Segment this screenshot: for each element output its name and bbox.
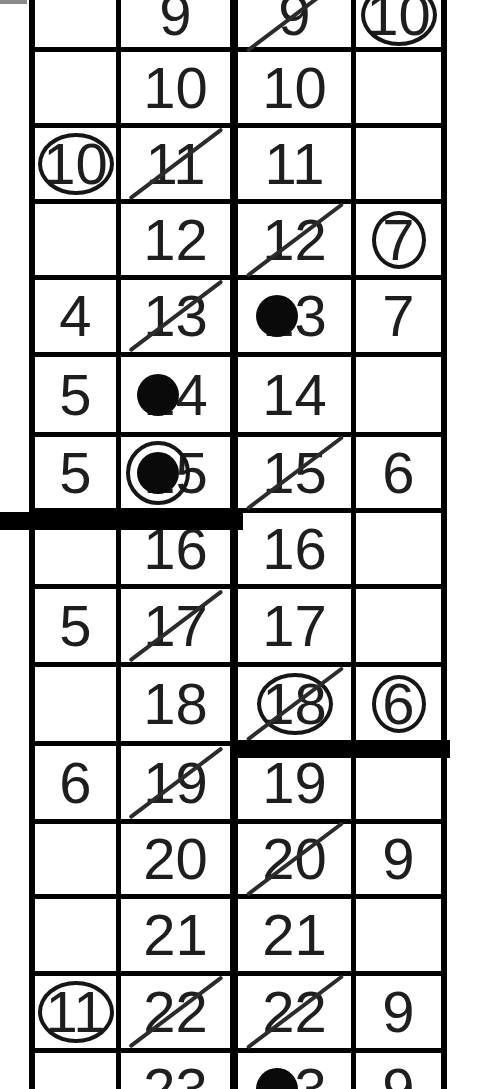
cell-r22-c2[interactable]: 22 — [121, 976, 238, 1053]
cell-r18-c4[interactable]: 6 — [356, 667, 447, 746]
cell-r21-c1[interactable] — [35, 899, 121, 976]
cell-r10-c2[interactable]: 10 — [121, 52, 238, 128]
cell-r14-c4[interactable] — [356, 357, 447, 437]
cell-number: 10 — [143, 59, 208, 117]
cell-r17-c2[interactable]: 17 — [121, 589, 238, 667]
cell-r9-c3[interactable]: 9 — [238, 0, 356, 52]
cell-number: 19 — [143, 754, 208, 812]
cell-number: 18 — [262, 675, 327, 733]
score-sheet: 9910101010111112127413137514145151561616… — [0, 0, 494, 1089]
cell-number: 6 — [382, 675, 414, 733]
cell-r12-c3[interactable]: 12 — [238, 204, 356, 280]
cell-r18-c2[interactable]: 18 — [121, 667, 238, 746]
cell-number: 13 — [143, 287, 208, 345]
cell-r23-c4[interactable]: 9 — [356, 1053, 447, 1089]
cell-number: 5 — [59, 597, 91, 655]
cell-number: 9 — [382, 1060, 414, 1089]
cell-number: 17 — [143, 597, 208, 655]
cell-number: 14 — [262, 366, 327, 424]
cell-r17-c3[interactable]: 17 — [238, 589, 356, 667]
cell-number: 10 — [43, 135, 108, 193]
cell-number: 7 — [382, 211, 414, 269]
cell-number: 9 — [159, 0, 191, 44]
cell-number: 15 — [262, 444, 327, 502]
cell-number: 20 — [143, 830, 208, 888]
cell-r20-c3[interactable]: 20 — [238, 824, 356, 899]
cell-r13-c3[interactable]: 13 — [238, 280, 356, 357]
cell-r23-c1[interactable] — [35, 1053, 121, 1089]
cell-r18-c3[interactable]: 18 — [238, 667, 356, 746]
cell-r10-c1[interactable] — [35, 52, 121, 128]
cell-r12-c4[interactable]: 7 — [356, 204, 447, 280]
cell-r10-c3[interactable]: 10 — [238, 52, 356, 128]
score-grid: 9910101010111112127413137514145151561616… — [29, 0, 447, 1089]
cell-r22-c3[interactable]: 22 — [238, 976, 356, 1053]
cell-r16-c4[interactable] — [356, 513, 447, 589]
cell-r12-c1[interactable] — [35, 204, 121, 280]
cell-r15-c4[interactable]: 6 — [356, 437, 447, 513]
cell-r10-c4[interactable] — [356, 52, 447, 128]
cell-r22-c4[interactable]: 9 — [356, 976, 447, 1053]
cell-r12-c2[interactable]: 12 — [121, 204, 238, 280]
cell-number: 5 — [59, 366, 91, 424]
cell-number: 12 — [143, 211, 208, 269]
cell-r15-c2[interactable]: 15 — [121, 437, 238, 513]
cell-number: 18 — [143, 675, 208, 733]
cell-number: 21 — [262, 906, 327, 964]
cell-r9-c4[interactable]: 10 — [356, 0, 447, 52]
cell-r11-c2[interactable]: 11 — [121, 128, 238, 204]
cell-number: 19 — [262, 754, 327, 812]
cell-r20-c1[interactable] — [35, 824, 121, 899]
cell-r11-c1[interactable]: 10 — [35, 128, 121, 204]
cell-r15-c1[interactable]: 5 — [35, 437, 121, 513]
cell-number: 11 — [145, 135, 205, 193]
cell-number: 5 — [59, 444, 91, 502]
cell-r14-c3[interactable]: 14 — [238, 357, 356, 437]
cell-r9-c2[interactable]: 9 — [121, 0, 238, 52]
cell-number: 22 — [143, 983, 208, 1041]
cell-r11-c4[interactable] — [356, 128, 447, 204]
cell-r21-c2[interactable]: 21 — [121, 899, 238, 976]
cell-number: 23 — [143, 1060, 208, 1089]
cell-number: 22 — [262, 983, 327, 1041]
cell-number: 11 — [264, 135, 324, 193]
separator-bar-right — [230, 740, 450, 758]
cell-number: 6 — [59, 754, 91, 812]
cell-r14-c1[interactable]: 5 — [35, 357, 121, 437]
cell-r9-c1[interactable] — [35, 0, 121, 52]
cell-r21-c3[interactable]: 21 — [238, 899, 356, 976]
cell-number: 21 — [143, 906, 208, 964]
cell-number: 9 — [278, 0, 310, 44]
cell-number: 10 — [262, 59, 327, 117]
separator-bar-left — [0, 512, 243, 530]
cell-r19-c2[interactable]: 19 — [121, 746, 238, 824]
cell-number: 14 — [143, 366, 208, 424]
cell-r17-c1[interactable]: 5 — [35, 589, 121, 667]
cell-r14-c2[interactable]: 14 — [121, 357, 238, 437]
cell-number: 13 — [262, 287, 327, 345]
cell-r23-c3[interactable]: 23 — [238, 1053, 356, 1089]
cell-number: 9 — [382, 830, 414, 888]
cell-number: 9 — [382, 983, 414, 1041]
cell-r20-c2[interactable]: 20 — [121, 824, 238, 899]
cell-r17-c4[interactable] — [356, 589, 447, 667]
cell-r16-c3[interactable]: 16 — [238, 513, 356, 589]
cell-number: 11 — [45, 983, 105, 1041]
cell-number: 16 — [262, 520, 327, 578]
cell-number: 10 — [366, 0, 431, 44]
cell-r13-c1[interactable]: 4 — [35, 280, 121, 357]
cell-r13-c2[interactable]: 13 — [121, 280, 238, 357]
cell-r18-c1[interactable] — [35, 667, 121, 746]
cell-r22-c1[interactable]: 11 — [35, 976, 121, 1053]
cell-number: 7 — [382, 287, 414, 345]
cell-number: 17 — [262, 597, 327, 655]
cell-r11-c3[interactable]: 11 — [238, 128, 356, 204]
cell-r21-c4[interactable] — [356, 899, 447, 976]
cell-number: 23 — [262, 1060, 327, 1089]
cell-r15-c3[interactable]: 15 — [238, 437, 356, 513]
cell-r20-c4[interactable]: 9 — [356, 824, 447, 899]
cell-number: 20 — [262, 830, 327, 888]
cell-number: 6 — [382, 444, 414, 502]
cell-r19-c1[interactable]: 6 — [35, 746, 121, 824]
top-edge-artifact — [0, 0, 27, 4]
cell-number: 15 — [143, 444, 208, 502]
cell-r13-c4[interactable]: 7 — [356, 280, 447, 357]
cell-number: 4 — [59, 287, 91, 345]
cell-number: 12 — [262, 211, 327, 269]
cell-r23-c2[interactable]: 23 — [121, 1053, 238, 1089]
